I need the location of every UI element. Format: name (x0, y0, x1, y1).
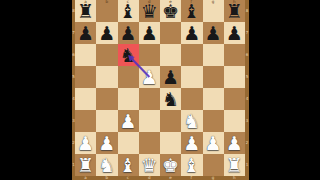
square-d7[interactable]: ♟ (139, 22, 160, 44)
piece-white-bishop: ♝ (120, 156, 137, 175)
rank-label-left-8: 8 (72, 9, 75, 13)
square-g2[interactable]: ♟ (203, 132, 224, 154)
piece-black-bishop: ♝ (183, 2, 200, 21)
letterbox-right (249, 0, 320, 180)
piece-black-pawn: ♟ (205, 24, 222, 43)
piece-black-knight: ♞ (162, 90, 179, 109)
square-g5[interactable] (203, 66, 224, 88)
square-e7[interactable] (160, 22, 181, 44)
square-h5[interactable] (224, 66, 245, 88)
square-e1[interactable]: ♚ (160, 154, 181, 176)
piece-black-pawn: ♟ (77, 24, 94, 43)
chess-board: ♜♝♛♚♝♜♟♟♟♟♟♟♟♞♟♟♞♟♞♟♟♟♟♟♜♞♝♛♚♝♜ 88776655… (72, 0, 249, 180)
square-e5[interactable]: ♟ (160, 66, 181, 88)
piece-black-pawn: ♟ (226, 24, 243, 43)
square-b1[interactable]: ♞ (96, 154, 117, 176)
rank-label-left-2: 2 (72, 141, 75, 145)
rank-label-left-1: 1 (72, 163, 75, 167)
square-h4[interactable] (224, 88, 245, 110)
square-e4[interactable]: ♞ (160, 88, 181, 110)
square-h3[interactable] (224, 110, 245, 132)
square-d4[interactable] (139, 88, 160, 110)
rank-label-left-7: 7 (72, 31, 75, 35)
file-label-bottom-h: h (233, 176, 236, 180)
piece-white-knight: ♞ (98, 156, 115, 175)
square-h7[interactable]: ♟ (224, 22, 245, 44)
file-label-bottom-g: g (212, 176, 215, 180)
square-a4[interactable] (75, 88, 96, 110)
square-a3[interactable] (75, 110, 96, 132)
piece-white-bishop: ♝ (183, 156, 200, 175)
file-label-bottom-d: d (148, 176, 151, 180)
file-label-top-g: g (212, 0, 215, 3)
square-e6[interactable] (160, 44, 181, 66)
file-label-top-e: e (169, 0, 171, 3)
file-label-bottom-e: e (169, 176, 171, 180)
square-f2[interactable]: ♟ (181, 132, 202, 154)
square-d1[interactable]: ♛ (139, 154, 160, 176)
square-g7[interactable]: ♟ (203, 22, 224, 44)
file-label-bottom-b: b (105, 176, 108, 180)
file-label-bottom-a: a (84, 176, 86, 180)
piece-white-pawn: ♟ (205, 134, 222, 153)
square-c3[interactable]: ♟ (118, 110, 139, 132)
square-b2[interactable]: ♟ (96, 132, 117, 154)
piece-black-king: ♚ (162, 2, 179, 21)
piece-white-pawn: ♟ (183, 134, 200, 153)
file-label-bottom-c: c (127, 176, 129, 180)
square-g4[interactable] (203, 88, 224, 110)
square-b5[interactable] (96, 66, 117, 88)
piece-black-pawn: ♟ (120, 24, 137, 43)
piece-white-pawn: ♟ (98, 134, 115, 153)
piece-black-knight: ♞ (120, 46, 137, 65)
square-d2[interactable] (139, 132, 160, 154)
piece-black-pawn: ♟ (141, 24, 158, 43)
file-label-top-b: b (105, 0, 108, 3)
square-c2[interactable] (118, 132, 139, 154)
file-label-top-a: a (84, 0, 86, 3)
square-f5[interactable] (181, 66, 202, 88)
square-a6[interactable] (75, 44, 96, 66)
piece-white-rook: ♜ (77, 156, 94, 175)
file-label-bottom-f: f (190, 176, 191, 180)
square-h2[interactable]: ♟ (224, 132, 245, 154)
square-f7[interactable]: ♟ (181, 22, 202, 44)
piece-white-pawn: ♟ (77, 134, 94, 153)
square-a5[interactable] (75, 66, 96, 88)
file-label-top-h: h (233, 0, 236, 3)
square-c5[interactable] (118, 66, 139, 88)
piece-black-pawn: ♟ (98, 24, 115, 43)
square-f6[interactable] (181, 44, 202, 66)
square-d3[interactable] (139, 110, 160, 132)
file-label-top-f: f (190, 0, 191, 3)
square-b7[interactable]: ♟ (96, 22, 117, 44)
square-a7[interactable]: ♟ (75, 22, 96, 44)
square-g1[interactable] (203, 154, 224, 176)
piece-white-pawn: ♟ (226, 134, 243, 153)
piece-white-pawn: ♟ (141, 68, 158, 87)
square-d5[interactable]: ♟ (139, 66, 160, 88)
piece-black-rook: ♜ (77, 2, 94, 21)
square-c6[interactable]: ♞ (118, 44, 139, 66)
square-b6[interactable] (96, 44, 117, 66)
square-d6[interactable] (139, 44, 160, 66)
square-g6[interactable] (203, 44, 224, 66)
file-label-top-c: c (127, 0, 129, 3)
square-e2[interactable] (160, 132, 181, 154)
piece-black-pawn: ♟ (183, 24, 200, 43)
square-b3[interactable] (96, 110, 117, 132)
square-e3[interactable] (160, 110, 181, 132)
square-f3[interactable]: ♞ (181, 110, 202, 132)
piece-black-queen: ♛ (141, 2, 158, 21)
file-label-top-d: d (148, 0, 151, 3)
square-c4[interactable] (118, 88, 139, 110)
square-f4[interactable] (181, 88, 202, 110)
square-h1[interactable]: ♜ (224, 154, 245, 176)
square-a1[interactable]: ♜ (75, 154, 96, 176)
video-frame: ♜♝♛♚♝♜♟♟♟♟♟♟♟♞♟♟♞♟♞♟♟♟♟♟♜♞♝♛♚♝♜ 88776655… (0, 0, 320, 180)
square-f1[interactable]: ♝ (181, 154, 202, 176)
piece-white-knight: ♞ (183, 112, 200, 131)
square-g3[interactable] (203, 110, 224, 132)
piece-white-pawn: ♟ (120, 112, 137, 131)
piece-white-queen: ♛ (141, 156, 158, 175)
rank-label-left-3: 3 (72, 119, 75, 123)
piece-white-rook: ♜ (226, 156, 243, 175)
rank-label-left-4: 4 (72, 97, 75, 101)
square-c7[interactable]: ♟ (118, 22, 139, 44)
piece-white-king: ♚ (162, 156, 179, 175)
square-h6[interactable] (224, 44, 245, 66)
rank-label-left-5: 5 (72, 75, 75, 79)
piece-black-bishop: ♝ (120, 2, 137, 21)
letterbox-left (0, 0, 72, 180)
square-b4[interactable] (96, 88, 117, 110)
piece-black-pawn: ♟ (162, 68, 179, 87)
square-c1[interactable]: ♝ (118, 154, 139, 176)
piece-black-rook: ♜ (226, 2, 243, 21)
rank-label-left-6: 6 (72, 53, 75, 57)
square-a2[interactable]: ♟ (75, 132, 96, 154)
board-grid: ♜♝♛♚♝♜♟♟♟♟♟♟♟♞♟♟♞♟♞♟♟♟♟♟♜♞♝♛♚♝♜ (75, 0, 245, 176)
